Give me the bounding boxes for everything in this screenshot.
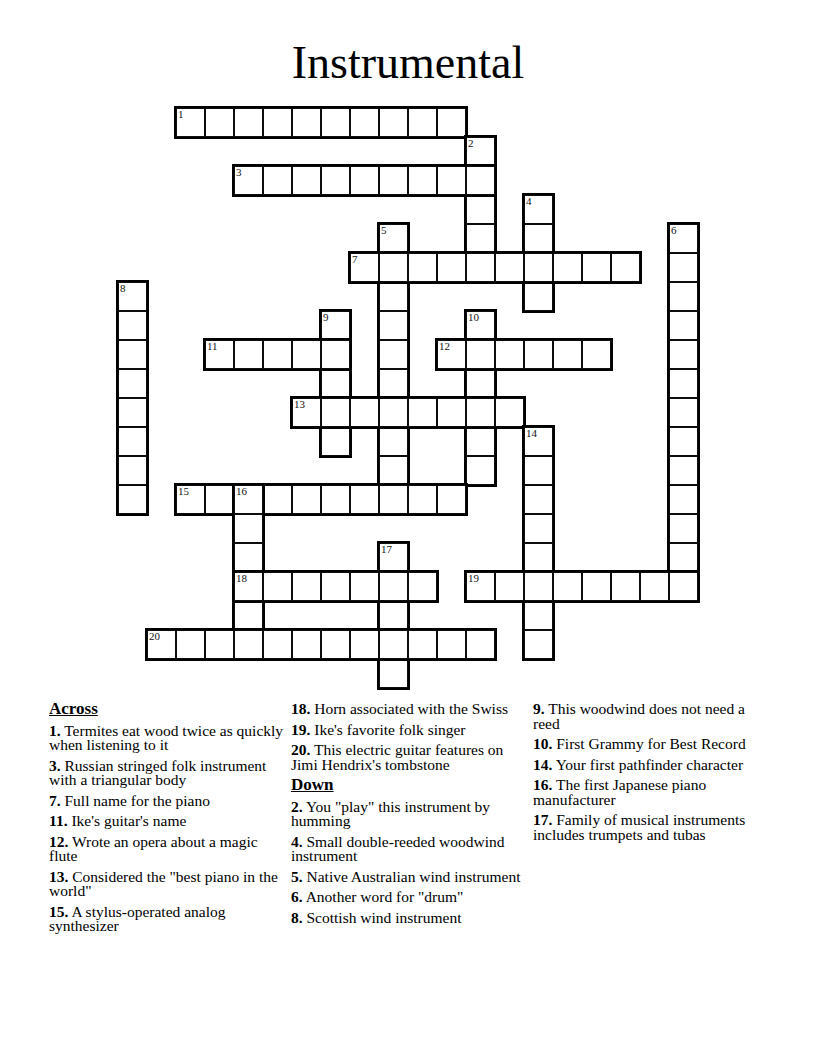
cell-r8c9[interactable]	[379, 340, 408, 369]
cell-r12c19[interactable]	[669, 456, 698, 485]
cell-r6c9[interactable]	[379, 282, 408, 311]
cell-r2c10[interactable]	[408, 166, 437, 195]
down-header: Down	[291, 778, 521, 793]
cell-r13c3[interactable]	[205, 485, 234, 514]
word-13-across: 13	[290, 396, 526, 429]
cell-number-4: 4	[526, 196, 532, 207]
cell-r18c14[interactable]	[524, 630, 553, 659]
cell-r0c9[interactable]	[379, 108, 408, 137]
clue-down-6: 6. Another word for "drum"	[291, 890, 521, 905]
cell-r18c9[interactable]	[379, 630, 408, 659]
clue-number-label: 7.	[49, 792, 61, 809]
clues-column-3: 9. This woodwind does not need a reed10.…	[533, 702, 759, 848]
clue-number-label: 8.	[291, 909, 303, 926]
clue-number-label: 11.	[49, 812, 68, 829]
cell-r13c5[interactable]	[263, 485, 292, 514]
cell-number-11: 11	[207, 341, 218, 352]
cell-r0c10[interactable]	[408, 108, 437, 137]
cell-r18c12[interactable]	[466, 630, 495, 659]
cell-r12c14[interactable]	[524, 456, 553, 485]
cell-r8c5[interactable]	[263, 340, 292, 369]
cell-r8c16[interactable]	[582, 340, 611, 369]
cell-r18c4[interactable]	[234, 630, 263, 659]
cell-r11c9[interactable]	[379, 427, 408, 456]
clue-down-17: 17. Family of musical instruments includ…	[533, 813, 759, 842]
cell-r9c0[interactable]	[118, 369, 147, 398]
cell-r0c11[interactable]	[437, 108, 466, 137]
cell-r8c15[interactable]	[553, 340, 582, 369]
clue-number-label: 6.	[291, 888, 303, 905]
word-20-across: 20	[145, 628, 497, 661]
cell-r11c0[interactable]	[118, 427, 147, 456]
cell-r4c9[interactable]: 5	[379, 224, 408, 253]
cell-r16c9[interactable]	[379, 572, 408, 601]
cell-r5c11[interactable]	[437, 253, 466, 282]
cell-r4c14[interactable]	[524, 224, 553, 253]
cell-r19c9[interactable]	[379, 659, 408, 688]
clue-number-label: 13.	[49, 868, 68, 885]
clue-number-label: 12.	[49, 833, 68, 850]
cell-number-2: 2	[468, 138, 474, 149]
cell-r7c0[interactable]	[118, 311, 147, 340]
clue-down-14: 14. Your first pathfinder character	[533, 758, 759, 773]
cell-r6c0[interactable]: 8	[118, 282, 147, 311]
cell-r12c9[interactable]	[379, 456, 408, 485]
cell-number-5: 5	[381, 225, 387, 236]
cell-r16c6[interactable]	[292, 572, 321, 601]
cell-r18c3[interactable]	[205, 630, 234, 659]
cell-r16c10[interactable]	[408, 572, 437, 601]
cell-r12c12[interactable]	[466, 456, 495, 485]
cell-r13c9[interactable]	[379, 485, 408, 514]
word-12-across: 12	[435, 338, 613, 371]
cell-r13c0[interactable]	[118, 485, 147, 514]
cell-r5c19[interactable]	[669, 253, 698, 282]
word-3-across: 3	[232, 164, 497, 197]
cell-r18c11[interactable]	[437, 630, 466, 659]
word-6-down: 6	[667, 222, 700, 603]
cell-r5c13[interactable]	[495, 253, 524, 282]
cell-number-9: 9	[323, 312, 329, 323]
cell-r18c6[interactable]	[292, 630, 321, 659]
cell-r14c19[interactable]	[669, 514, 698, 543]
cell-r10c12[interactable]	[466, 398, 495, 427]
cell-r5c10[interactable]	[408, 253, 437, 282]
cell-r2c5[interactable]	[263, 166, 292, 195]
cell-r5c16[interactable]	[582, 253, 611, 282]
cell-number-1: 1	[178, 109, 184, 120]
cell-number-3: 3	[236, 167, 242, 178]
cell-number-13: 13	[294, 399, 305, 410]
word-1-across: 1	[174, 106, 468, 139]
clue-across-12: 12. Wrote an opera about a magic flute	[49, 835, 285, 864]
word-17-down: 17	[377, 541, 410, 690]
cell-r16c19[interactable]	[669, 572, 698, 601]
cell-r11c14[interactable]: 14	[524, 427, 553, 456]
cell-r17c14[interactable]	[524, 601, 553, 630]
cell-r0c5[interactable]	[263, 108, 292, 137]
cell-r7c12[interactable]: 10	[466, 311, 495, 340]
cell-r13c4[interactable]: 16	[234, 485, 263, 514]
cell-r16c13[interactable]	[495, 572, 524, 601]
cell-r16c14[interactable]	[524, 572, 553, 601]
cell-number-17: 17	[381, 544, 392, 555]
cell-number-15: 15	[178, 486, 189, 497]
cell-r10c8[interactable]	[350, 398, 379, 427]
cell-r13c7[interactable]	[321, 485, 350, 514]
cell-r14c14[interactable]	[524, 514, 553, 543]
cell-r16c5[interactable]	[263, 572, 292, 601]
cell-r9c12[interactable]	[466, 369, 495, 398]
cell-r10c7[interactable]	[321, 398, 350, 427]
cell-r11c12[interactable]	[466, 427, 495, 456]
word-15-across: 15	[174, 483, 468, 516]
clues-column-1: Across1. Termites eat wood twice as quic…	[49, 702, 285, 940]
clue-across-19: 19. Ike's favorite folk singer	[291, 723, 521, 738]
cell-r8c12[interactable]	[466, 340, 495, 369]
clue-across-13: 13. Considered the "best piano in the wo…	[49, 870, 285, 899]
cell-number-10: 10	[468, 312, 479, 323]
cell-r18c7[interactable]	[321, 630, 350, 659]
word-9-down: 9	[319, 309, 352, 458]
clue-across-11: 11. Ike's guitar's name	[49, 814, 285, 829]
cell-r5c17[interactable]	[611, 253, 640, 282]
cell-r7c7[interactable]: 9	[321, 311, 350, 340]
cell-r0c8[interactable]	[350, 108, 379, 137]
crossword-grid: 1234567891011121314151617181920	[0, 0, 816, 700]
cell-r3c14[interactable]: 4	[524, 195, 553, 224]
cell-r1c12[interactable]: 2	[466, 137, 495, 166]
clue-number-label: 4.	[291, 833, 303, 850]
cell-r8c14[interactable]	[524, 340, 553, 369]
cell-r10c10[interactable]	[408, 398, 437, 427]
cell-r12c0[interactable]	[118, 456, 147, 485]
cell-r18c10[interactable]	[408, 630, 437, 659]
cell-r2c11[interactable]	[437, 166, 466, 195]
clue-number-label: 19.	[291, 721, 310, 738]
cell-r8c11[interactable]: 12	[437, 340, 466, 369]
clue-down-9: 9. This woodwind does not need a reed	[533, 702, 759, 731]
across-header: Across	[49, 702, 285, 717]
cell-number-8: 8	[120, 283, 126, 294]
cell-r18c8[interactable]	[350, 630, 379, 659]
cell-r9c9[interactable]	[379, 369, 408, 398]
cell-r8c7[interactable]	[321, 340, 350, 369]
clue-across-15: 15. A stylus-operated analog synthesizer	[49, 905, 285, 934]
cell-r17c9[interactable]	[379, 601, 408, 630]
cell-r13c6[interactable]	[292, 485, 321, 514]
cell-r14c4[interactable]	[234, 514, 263, 543]
cell-r4c12[interactable]	[466, 224, 495, 253]
cell-r18c5[interactable]	[263, 630, 292, 659]
cell-r11c7[interactable]	[321, 427, 350, 456]
clue-number-label: 2.	[291, 798, 303, 815]
cell-number-16: 16	[236, 486, 247, 497]
cell-r10c19[interactable]	[669, 398, 698, 427]
cell-r17c4[interactable]	[234, 601, 263, 630]
cell-r16c16[interactable]	[582, 572, 611, 601]
cell-r8c6[interactable]	[292, 340, 321, 369]
word-14-down: 14	[522, 425, 555, 661]
cell-r16c12[interactable]: 19	[466, 572, 495, 601]
cell-number-19: 19	[468, 573, 479, 584]
clue-down-4: 4. Small double-reeded woodwind instrume…	[291, 835, 521, 864]
clue-number-label: 1.	[49, 722, 61, 739]
cell-r10c0[interactable]	[118, 398, 147, 427]
cell-r4c19[interactable]: 6	[669, 224, 698, 253]
cell-r16c17[interactable]	[611, 572, 640, 601]
word-7-across: 7	[348, 251, 642, 284]
cell-r6c14[interactable]	[524, 282, 553, 311]
cell-r13c14[interactable]	[524, 485, 553, 514]
cell-number-7: 7	[352, 254, 358, 265]
cell-r5c8[interactable]: 7	[350, 253, 379, 282]
cell-r8c4[interactable]	[234, 340, 263, 369]
clue-across-18: 18. Horn associated with the Swiss	[291, 702, 521, 717]
cell-r2c4[interactable]: 3	[234, 166, 263, 195]
cell-r0c6[interactable]	[292, 108, 321, 137]
cell-r18c2[interactable]	[176, 630, 205, 659]
word-11-across: 11	[203, 338, 352, 371]
cell-r16c18[interactable]	[640, 572, 669, 601]
cell-r16c15[interactable]	[553, 572, 582, 601]
cell-r5c12[interactable]	[466, 253, 495, 282]
cell-r8c0[interactable]	[118, 340, 147, 369]
cell-r7c9[interactable]	[379, 311, 408, 340]
clue-down-16: 16. The first Japanese piano manufacture…	[533, 778, 759, 807]
clue-number-label: 5.	[291, 868, 303, 885]
cell-r8c19[interactable]	[669, 340, 698, 369]
clue-down-5: 5. Native Australian wind instrument	[291, 870, 521, 885]
cell-r9c7[interactable]	[321, 369, 350, 398]
cell-r10c6[interactable]: 13	[292, 398, 321, 427]
cell-r0c2[interactable]: 1	[176, 108, 205, 137]
cell-r10c9[interactable]	[379, 398, 408, 427]
word-19-across: 19	[464, 570, 700, 603]
cell-r15c4[interactable]	[234, 543, 263, 572]
cell-r0c4[interactable]	[234, 108, 263, 137]
clue-number-label: 16.	[533, 776, 552, 793]
clue-number-label: 17.	[533, 811, 552, 828]
cell-r2c6[interactable]	[292, 166, 321, 195]
clue-down-8: 8. Scottish wind instrument	[291, 911, 521, 926]
cell-r0c7[interactable]	[321, 108, 350, 137]
cell-r6c19[interactable]	[669, 282, 698, 311]
clue-across-3: 3. Russian stringed folk instrument with…	[49, 759, 285, 788]
cell-r15c19[interactable]	[669, 543, 698, 572]
clues-column-2: 18. Horn associated with the Swiss19. Ik…	[291, 702, 521, 931]
cell-r2c7[interactable]	[321, 166, 350, 195]
cell-r0c3[interactable]	[205, 108, 234, 137]
cell-r16c4[interactable]: 18	[234, 572, 263, 601]
clue-across-20: 20. This electric guitar features on Jim…	[291, 743, 521, 772]
cell-r7c19[interactable]	[669, 311, 698, 340]
clue-number-label: 20.	[291, 741, 310, 758]
clue-number-label: 18.	[291, 700, 310, 717]
cell-number-14: 14	[526, 428, 537, 439]
cell-r5c14[interactable]	[524, 253, 553, 282]
cell-r2c8[interactable]	[350, 166, 379, 195]
word-8-down: 8	[116, 280, 149, 516]
cell-number-6: 6	[671, 225, 677, 236]
clue-number-label: 14.	[533, 756, 552, 773]
word-18-across: 18	[232, 570, 439, 603]
cell-r5c9[interactable]	[379, 253, 408, 282]
cell-r18c1[interactable]: 20	[147, 630, 176, 659]
clue-down-10: 10. First Grammy for Best Record	[533, 737, 759, 752]
cell-number-18: 18	[236, 573, 247, 584]
clue-down-2: 2. You "play" this instrument by humming	[291, 800, 521, 829]
cell-r8c3[interactable]: 11	[205, 340, 234, 369]
clue-across-7: 7. Full name for the piano	[49, 794, 285, 809]
crossword-page: Instrumental 123456789101112131415161718…	[0, 0, 816, 1056]
cell-r15c14[interactable]	[524, 543, 553, 572]
cell-r10c13[interactable]	[495, 398, 524, 427]
cell-r13c8[interactable]	[350, 485, 379, 514]
cell-r15c9[interactable]: 17	[379, 543, 408, 572]
cell-r8c13[interactable]	[495, 340, 524, 369]
cell-r3c12[interactable]	[466, 195, 495, 224]
clue-across-1: 1. Termites eat wood twice as quickly wh…	[49, 724, 285, 753]
clue-number-label: 9.	[533, 700, 545, 717]
cell-r16c8[interactable]	[350, 572, 379, 601]
clue-number-label: 3.	[49, 757, 61, 774]
cell-r13c2[interactable]: 15	[176, 485, 205, 514]
clue-number-label: 10.	[533, 735, 552, 752]
cell-r10c11[interactable]	[437, 398, 466, 427]
cell-r13c10[interactable]	[408, 485, 437, 514]
cell-r2c12[interactable]	[466, 166, 495, 195]
cell-number-20: 20	[149, 631, 160, 642]
cell-r13c19[interactable]	[669, 485, 698, 514]
cell-r13c11[interactable]	[437, 485, 466, 514]
cell-r16c7[interactable]	[321, 572, 350, 601]
cell-r5c15[interactable]	[553, 253, 582, 282]
clue-number-label: 15.	[49, 903, 68, 920]
cell-r9c19[interactable]	[669, 369, 698, 398]
cell-r2c9[interactable]	[379, 166, 408, 195]
cell-number-12: 12	[439, 341, 450, 352]
cell-r11c19[interactable]	[669, 427, 698, 456]
